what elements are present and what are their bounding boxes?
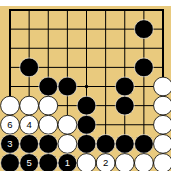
stone-black — [96, 134, 115, 153]
move-number-label: 3 — [7, 138, 12, 149]
stone-black — [39, 134, 58, 153]
stone-white — [58, 134, 77, 153]
stone-black — [58, 77, 77, 96]
stone-white — [154, 134, 171, 153]
move-number-label: 2 — [103, 157, 108, 168]
stone-white — [39, 96, 58, 115]
stone-black — [115, 134, 134, 153]
stone-black — [115, 96, 134, 115]
stone-white — [39, 115, 58, 134]
stone-black — [77, 134, 96, 153]
stone-white — [1, 96, 20, 115]
go-problem-diagram: 123456 — [0, 0, 171, 171]
stone-black — [134, 58, 153, 77]
stone-black — [20, 58, 39, 77]
stone-white — [115, 154, 134, 171]
stone-white — [58, 115, 77, 134]
stone-white — [77, 154, 96, 171]
stone-black — [134, 20, 153, 39]
stone-black — [134, 134, 153, 153]
stone-black — [77, 115, 96, 134]
move-number-label: 1 — [65, 157, 70, 168]
stone-white — [154, 154, 171, 171]
stone-black — [39, 154, 58, 171]
stone-white — [20, 96, 39, 115]
go-board[interactable]: 123456 — [0, 0, 171, 171]
stone-white — [154, 77, 171, 96]
stone-white — [154, 96, 171, 115]
stone-black — [1, 154, 20, 171]
star-point — [85, 85, 88, 88]
stone-black — [115, 77, 134, 96]
move-number-label: 6 — [7, 119, 12, 130]
stone-black — [20, 134, 39, 153]
move-number-label: 4 — [26, 119, 31, 130]
stone-black — [77, 96, 96, 115]
stone-white — [134, 154, 153, 171]
stone-black — [39, 77, 58, 96]
stone-white — [154, 115, 171, 134]
move-number-label: 5 — [26, 157, 31, 168]
